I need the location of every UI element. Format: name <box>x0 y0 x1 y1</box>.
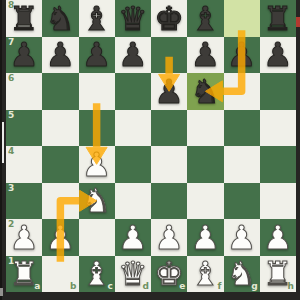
square-e1[interactable]: e♚ <box>151 256 187 293</box>
piece-black-king[interactable]: ♚ <box>151 0 187 37</box>
square-e4[interactable] <box>151 146 187 183</box>
square-c8[interactable]: ♝ <box>79 0 115 37</box>
square-c5[interactable] <box>79 110 115 147</box>
rank-label-5: 5 <box>8 111 14 120</box>
square-e5[interactable] <box>151 110 187 147</box>
piece-white-rook[interactable]: ♜ <box>260 256 296 293</box>
piece-white-pawn[interactable]: ♟ <box>79 146 115 183</box>
square-f5[interactable] <box>187 110 223 147</box>
square-e6[interactable]: ♟ <box>151 73 187 110</box>
piece-black-pawn[interactable]: ♟ <box>42 37 78 74</box>
piece-black-knight[interactable]: ♞ <box>42 0 78 37</box>
square-a1[interactable]: 1a♜ <box>6 256 42 293</box>
square-f8[interactable]: ♝ <box>187 0 223 37</box>
square-d2[interactable]: ♟ <box>115 219 151 256</box>
square-b8[interactable]: ♞ <box>42 0 78 37</box>
piece-black-pawn[interactable]: ♟ <box>224 37 260 74</box>
square-g8[interactable] <box>224 0 260 37</box>
piece-white-pawn[interactable]: ♟ <box>260 219 296 256</box>
piece-black-bishop[interactable]: ♝ <box>79 0 115 37</box>
piece-white-pawn[interactable]: ♟ <box>42 219 78 256</box>
square-b2[interactable]: ♟ <box>42 219 78 256</box>
piece-black-pawn[interactable]: ♟ <box>6 37 42 74</box>
square-f4[interactable] <box>187 146 223 183</box>
square-a6[interactable]: 6 <box>6 73 42 110</box>
piece-white-bishop[interactable]: ♝ <box>79 256 115 293</box>
file-label-b: b <box>70 282 76 291</box>
piece-black-pawn[interactable]: ♟ <box>151 73 187 110</box>
edge-white-notch <box>2 122 4 163</box>
square-d3[interactable] <box>115 183 151 220</box>
square-a2[interactable]: 2♟ <box>6 219 42 256</box>
piece-black-pawn[interactable]: ♟ <box>115 37 151 74</box>
square-f6[interactable]: ♞ <box>187 73 223 110</box>
square-d7[interactable]: ♟ <box>115 37 151 74</box>
chess-app: 8♜♞♝♛♚♝♜7♟♟♟♟♟♟♟6♟♞54♟3♞2♟♟♟♟♟♟♟1a♜bc♝d♛… <box>0 0 300 300</box>
piece-black-rook[interactable]: ♜ <box>6 0 42 37</box>
square-d5[interactable] <box>115 110 151 147</box>
edge-bottom-left-notch <box>0 288 3 296</box>
square-h6[interactable] <box>260 73 296 110</box>
square-a3[interactable]: 3 <box>6 183 42 220</box>
square-b6[interactable] <box>42 73 78 110</box>
square-g6[interactable] <box>224 73 260 110</box>
piece-black-queen[interactable]: ♛ <box>115 0 151 37</box>
square-b4[interactable] <box>42 146 78 183</box>
square-e7[interactable] <box>151 37 187 74</box>
square-h5[interactable] <box>260 110 296 147</box>
square-d1[interactable]: d♛ <box>115 256 151 293</box>
square-c3[interactable]: ♞ <box>79 183 115 220</box>
piece-white-rook[interactable]: ♜ <box>6 256 42 293</box>
square-f7[interactable]: ♟ <box>187 37 223 74</box>
piece-white-knight[interactable]: ♞ <box>79 183 115 220</box>
piece-white-bishop[interactable]: ♝ <box>187 256 223 293</box>
square-d4[interactable] <box>115 146 151 183</box>
square-e3[interactable] <box>151 183 187 220</box>
square-f3[interactable] <box>187 183 223 220</box>
chess-board[interactable]: 8♜♞♝♛♚♝♜7♟♟♟♟♟♟♟6♟♞54♟3♞2♟♟♟♟♟♟♟1a♜bc♝d♛… <box>6 0 296 292</box>
square-a8[interactable]: 8♜ <box>6 0 42 37</box>
square-g1[interactable]: g♞ <box>224 256 260 293</box>
edge-red-sliver <box>296 17 300 27</box>
piece-black-knight[interactable]: ♞ <box>187 73 223 110</box>
rank-label-4: 4 <box>8 147 14 156</box>
piece-white-pawn[interactable]: ♟ <box>6 219 42 256</box>
piece-black-pawn[interactable]: ♟ <box>79 37 115 74</box>
square-a5[interactable]: 5 <box>6 110 42 147</box>
square-e2[interactable]: ♟ <box>151 219 187 256</box>
square-c6[interactable] <box>79 73 115 110</box>
square-a7[interactable]: 7♟ <box>6 37 42 74</box>
piece-black-pawn[interactable]: ♟ <box>187 37 223 74</box>
square-h3[interactable] <box>260 183 296 220</box>
square-h2[interactable]: ♟ <box>260 219 296 256</box>
piece-black-bishop[interactable]: ♝ <box>187 0 223 37</box>
piece-white-pawn[interactable]: ♟ <box>151 219 187 256</box>
square-b7[interactable]: ♟ <box>42 37 78 74</box>
square-h1[interactable]: h♜ <box>260 256 296 293</box>
square-c4[interactable]: ♟ <box>79 146 115 183</box>
piece-white-pawn[interactable]: ♟ <box>187 219 223 256</box>
square-b5[interactable] <box>42 110 78 147</box>
square-d8[interactable]: ♛ <box>115 0 151 37</box>
rank-label-3: 3 <box>8 184 14 193</box>
square-f2[interactable]: ♟ <box>187 219 223 256</box>
square-b3[interactable] <box>42 183 78 220</box>
square-h7[interactable]: ♟ <box>260 37 296 74</box>
piece-black-pawn[interactable]: ♟ <box>260 37 296 74</box>
square-a4[interactable]: 4 <box>6 146 42 183</box>
square-g3[interactable] <box>224 183 260 220</box>
square-c1[interactable]: c♝ <box>79 256 115 293</box>
piece-white-pawn[interactable]: ♟ <box>115 219 151 256</box>
square-g4[interactable] <box>224 146 260 183</box>
square-f1[interactable]: f♝ <box>187 256 223 293</box>
rank-label-6: 6 <box>8 74 14 83</box>
piece-white-queen[interactable]: ♛ <box>115 256 151 293</box>
square-b1[interactable]: b <box>42 256 78 293</box>
piece-white-knight[interactable]: ♞ <box>224 256 260 293</box>
square-h8[interactable]: ♜ <box>260 0 296 37</box>
piece-white-pawn[interactable]: ♟ <box>224 219 260 256</box>
piece-black-rook[interactable]: ♜ <box>260 0 296 37</box>
square-d6[interactable] <box>115 73 151 110</box>
piece-white-king[interactable]: ♚ <box>151 256 187 293</box>
square-g5[interactable] <box>224 110 260 147</box>
square-g2[interactable]: ♟ <box>224 219 260 256</box>
square-g7[interactable]: ♟ <box>224 37 260 74</box>
square-e8[interactable]: ♚ <box>151 0 187 37</box>
square-h4[interactable] <box>260 146 296 183</box>
square-c2[interactable] <box>79 219 115 256</box>
square-c7[interactable]: ♟ <box>79 37 115 74</box>
